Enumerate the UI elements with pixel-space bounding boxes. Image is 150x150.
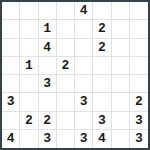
grid-cell-r8c5[interactable]: 3 (75, 130, 93, 148)
grid-cell-r5c7[interactable] (112, 75, 130, 93)
grid-cell-r6c3[interactable] (39, 93, 57, 111)
grid-cell-r2c3[interactable]: 1 (39, 20, 57, 38)
grid-cell-r7c5[interactable] (75, 112, 93, 130)
grid-cell-r5c4[interactable] (57, 75, 75, 93)
grid-cell-r8c3[interactable]: 3 (39, 130, 57, 148)
grid-cell-r3c2[interactable] (20, 39, 38, 57)
grid-cell-r6c7[interactable] (112, 93, 130, 111)
grid-cell-r4c6[interactable] (93, 57, 111, 75)
grid-cell-r8c2[interactable] (20, 130, 38, 148)
grid-cell-r3c7[interactable] (112, 39, 130, 57)
grid-cell-r2c5[interactable] (75, 20, 93, 38)
grid-cell-r5c2[interactable] (20, 75, 38, 93)
grid-cell-r6c6[interactable] (93, 93, 111, 111)
grid-cell-r7c2[interactable]: 2 (20, 112, 38, 130)
puzzle-board: 41242123332223343343 (0, 0, 150, 150)
grid-cell-r4c3[interactable] (39, 57, 57, 75)
grid-cell-r8c7[interactable] (112, 130, 130, 148)
grid-cell-r4c8[interactable] (130, 57, 148, 75)
grid-cell-r1c3[interactable] (39, 2, 57, 20)
grid-cell-r6c4[interactable] (57, 93, 75, 111)
grid-cell-r1c8[interactable] (130, 2, 148, 20)
grid-cell-r2c2[interactable] (20, 20, 38, 38)
grid-cell-r2c8[interactable] (130, 20, 148, 38)
grid-cell-r3c1[interactable] (2, 39, 20, 57)
grid-cell-r4c1[interactable] (2, 57, 20, 75)
grid-cell-r3c4[interactable] (57, 39, 75, 57)
grid-cell-r7c4[interactable] (57, 112, 75, 130)
grid-cell-r1c7[interactable] (112, 2, 130, 20)
grid-cell-r7c1[interactable] (2, 112, 20, 130)
grid-cell-r3c5[interactable] (75, 39, 93, 57)
grid-cell-r2c1[interactable] (2, 20, 20, 38)
grid-cell-r8c8[interactable]: 3 (130, 130, 148, 148)
grid-cell-r4c2[interactable]: 1 (20, 57, 38, 75)
grid-cell-r5c5[interactable] (75, 75, 93, 93)
grid-cell-r1c5[interactable]: 4 (75, 2, 93, 20)
grid-cell-r2c7[interactable] (112, 20, 130, 38)
grid-cell-r5c3[interactable]: 3 (39, 75, 57, 93)
grid-cell-r6c1[interactable]: 3 (2, 93, 20, 111)
grid-cell-r7c8[interactable]: 3 (130, 112, 148, 130)
grid-cell-r6c5[interactable]: 3 (75, 93, 93, 111)
grid-cell-r7c3[interactable]: 2 (39, 112, 57, 130)
grid-cell-r7c7[interactable] (112, 112, 130, 130)
grid-cell-r6c8[interactable]: 2 (130, 93, 148, 111)
grid-cell-r2c6[interactable]: 2 (93, 20, 111, 38)
grid-cell-r5c8[interactable] (130, 75, 148, 93)
grid-cell-r8c6[interactable]: 4 (93, 130, 111, 148)
grid-cell-r5c6[interactable] (93, 75, 111, 93)
grid-cell-r8c4[interactable] (57, 130, 75, 148)
grid-cell-r3c6[interactable]: 2 (93, 39, 111, 57)
grid-cell-r1c6[interactable] (93, 2, 111, 20)
grid-cell-r3c8[interactable] (130, 39, 148, 57)
grid-cell-r4c4[interactable]: 2 (57, 57, 75, 75)
grid-cell-r1c1[interactable] (2, 2, 20, 20)
grid-cell-r7c6[interactable]: 3 (93, 112, 111, 130)
grid-cell-r3c3[interactable]: 4 (39, 39, 57, 57)
grid-cell-r1c2[interactable] (20, 2, 38, 20)
grid-cell-r4c7[interactable] (112, 57, 130, 75)
grid-cell-r8c1[interactable]: 4 (2, 130, 20, 148)
grid-cell-r2c4[interactable] (57, 20, 75, 38)
grid-cell-r5c1[interactable] (2, 75, 20, 93)
grid-cell-r4c5[interactable] (75, 57, 93, 75)
grid-cell-r1c4[interactable] (57, 2, 75, 20)
grid-cell-r6c2[interactable] (20, 93, 38, 111)
